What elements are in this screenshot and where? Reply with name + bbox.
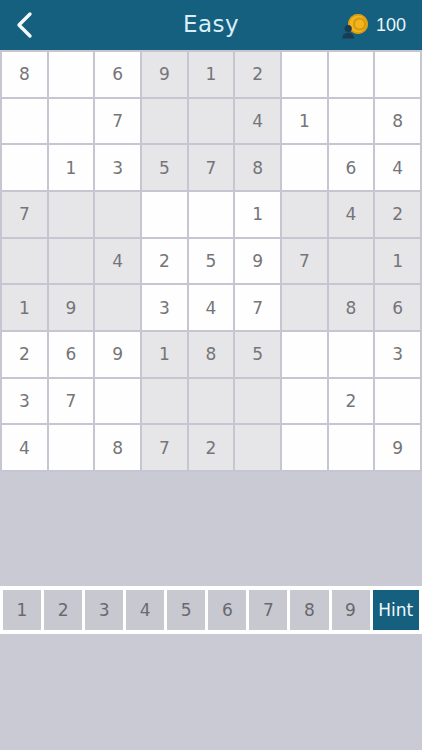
- sudoku-cell-r9c1[interactable]: 4: [2, 425, 47, 470]
- sudoku-cell-r8c6[interactable]: [235, 379, 280, 424]
- numpad-key-4[interactable]: 4: [126, 590, 164, 630]
- sudoku-cell-r7c6[interactable]: 5: [235, 332, 280, 377]
- sudoku-app-screen: Easy 100 8691274181357864714242597119347…: [0, 0, 422, 750]
- sudoku-cell-r9c5[interactable]: 2: [189, 425, 234, 470]
- sudoku-cell-r4c4[interactable]: [142, 192, 187, 237]
- sudoku-cell-r9c7[interactable]: [282, 425, 327, 470]
- sudoku-cell-r9c8[interactable]: [329, 425, 374, 470]
- sudoku-cell-r4c1[interactable]: 7: [2, 192, 47, 237]
- sudoku-cell-r4c2[interactable]: [49, 192, 94, 237]
- sudoku-cell-r2c1[interactable]: [2, 99, 47, 144]
- sudoku-cell-r7c3[interactable]: 9: [95, 332, 140, 377]
- sudoku-cell-r4c7[interactable]: [282, 192, 327, 237]
- sudoku-cell-r2c5[interactable]: [189, 99, 234, 144]
- sudoku-cell-r1c1[interactable]: 8: [2, 52, 47, 97]
- sudoku-cell-r2c4[interactable]: [142, 99, 187, 144]
- sudoku-cell-r3c8[interactable]: 6: [329, 145, 374, 190]
- numpad-key-9[interactable]: 9: [332, 590, 370, 630]
- sudoku-board: 8691274181357864714242597119347862691853…: [0, 50, 422, 472]
- sudoku-cell-r2c2[interactable]: [49, 99, 94, 144]
- sudoku-cell-r5c3[interactable]: 4: [95, 239, 140, 284]
- sudoku-cell-r3c7[interactable]: [282, 145, 327, 190]
- sudoku-cell-r6c6[interactable]: 7: [235, 285, 280, 330]
- sudoku-cell-r6c8[interactable]: 8: [329, 285, 374, 330]
- sudoku-cell-r3c2[interactable]: 1: [49, 145, 94, 190]
- sudoku-cell-r8c2[interactable]: 7: [49, 379, 94, 424]
- sudoku-cell-r6c1[interactable]: 1: [2, 285, 47, 330]
- sudoku-cell-r1c8[interactable]: [329, 52, 374, 97]
- sudoku-cell-r1c4[interactable]: 9: [142, 52, 187, 97]
- back-button[interactable]: [12, 5, 46, 45]
- sudoku-cell-r2c3[interactable]: 7: [95, 99, 140, 144]
- sudoku-cell-r1c9[interactable]: [375, 52, 420, 97]
- sudoku-cell-r9c9[interactable]: 9: [375, 425, 420, 470]
- sudoku-cell-r8c8[interactable]: 2: [329, 379, 374, 424]
- sudoku-cell-r5c6[interactable]: 9: [235, 239, 280, 284]
- sudoku-cell-r5c1[interactable]: [2, 239, 47, 284]
- sudoku-cell-r6c9[interactable]: 6: [375, 285, 420, 330]
- sudoku-cell-r8c3[interactable]: [95, 379, 140, 424]
- sudoku-cell-r3c6[interactable]: 8: [235, 145, 280, 190]
- sudoku-cell-r2c9[interactable]: 8: [375, 99, 420, 144]
- sudoku-cell-r4c8[interactable]: 4: [329, 192, 374, 237]
- sudoku-cell-r7c4[interactable]: 1: [142, 332, 187, 377]
- sudoku-cell-r2c7[interactable]: 1: [282, 99, 327, 144]
- sudoku-cell-r7c2[interactable]: 6: [49, 332, 94, 377]
- sudoku-cell-r9c2[interactable]: [49, 425, 94, 470]
- sudoku-cell-r8c1[interactable]: 3: [2, 379, 47, 424]
- sudoku-cell-r3c1[interactable]: [2, 145, 47, 190]
- sudoku-cell-r3c4[interactable]: 5: [142, 145, 187, 190]
- sudoku-cell-r5c2[interactable]: [49, 239, 94, 284]
- numpad-key-1[interactable]: 1: [3, 590, 41, 630]
- sudoku-cell-r7c5[interactable]: 8: [189, 332, 234, 377]
- sudoku-cell-r6c4[interactable]: 3: [142, 285, 187, 330]
- coin-count: 100: [376, 15, 406, 36]
- sudoku-cell-r5c8[interactable]: [329, 239, 374, 284]
- sudoku-cell-r9c6[interactable]: [235, 425, 280, 470]
- sudoku-cell-r1c3[interactable]: 6: [95, 52, 140, 97]
- sudoku-cell-r1c5[interactable]: 1: [189, 52, 234, 97]
- sudoku-cell-r1c2[interactable]: [49, 52, 94, 97]
- sudoku-cell-r4c6[interactable]: 1: [235, 192, 280, 237]
- numpad-key-3[interactable]: 3: [85, 590, 123, 630]
- sudoku-cell-r1c7[interactable]: [282, 52, 327, 97]
- sudoku-cell-r5c5[interactable]: 5: [189, 239, 234, 284]
- sudoku-cell-r6c2[interactable]: 9: [49, 285, 94, 330]
- sudoku-cell-r3c9[interactable]: 4: [375, 145, 420, 190]
- sudoku-cell-r2c6[interactable]: 4: [235, 99, 280, 144]
- sudoku-cell-r1c6[interactable]: 2: [235, 52, 280, 97]
- page-title: Easy: [183, 11, 239, 37]
- sudoku-cell-r5c9[interactable]: 1: [375, 239, 420, 284]
- sudoku-cell-r7c8[interactable]: [329, 332, 374, 377]
- sudoku-cell-r8c4[interactable]: [142, 379, 187, 424]
- coin-counter[interactable]: 100: [335, 0, 412, 50]
- sudoku-cell-r3c5[interactable]: 7: [189, 145, 234, 190]
- numpad-key-7[interactable]: 7: [249, 590, 287, 630]
- sudoku-cell-r8c5[interactable]: [189, 379, 234, 424]
- header-bar: Easy 100: [0, 0, 422, 50]
- sudoku-cell-r4c9[interactable]: 2: [375, 192, 420, 237]
- number-pad: 123456789Hint: [0, 586, 422, 634]
- sudoku-cell-r6c7[interactable]: [282, 285, 327, 330]
- numpad-key-2[interactable]: 2: [44, 590, 82, 630]
- sudoku-cell-r8c7[interactable]: [282, 379, 327, 424]
- sudoku-cell-r5c4[interactable]: 2: [142, 239, 187, 284]
- sudoku-cell-r9c3[interactable]: 8: [95, 425, 140, 470]
- sudoku-cell-r7c9[interactable]: 3: [375, 332, 420, 377]
- chevron-left-icon: [12, 10, 38, 40]
- numpad-key-8[interactable]: 8: [290, 590, 328, 630]
- sudoku-cell-r7c7[interactable]: [282, 332, 327, 377]
- sudoku-cell-r2c8[interactable]: [329, 99, 374, 144]
- sudoku-cell-r6c5[interactable]: 4: [189, 285, 234, 330]
- sudoku-cell-r8c9[interactable]: [375, 379, 420, 424]
- sudoku-cell-r4c5[interactable]: [189, 192, 234, 237]
- sudoku-cell-r4c3[interactable]: [95, 192, 140, 237]
- numpad-key-6[interactable]: 6: [208, 590, 246, 630]
- sudoku-cell-r9c4[interactable]: 7: [142, 425, 187, 470]
- numpad-key-5[interactable]: 5: [167, 590, 205, 630]
- sudoku-cell-r5c7[interactable]: 7: [282, 239, 327, 284]
- sudoku-cell-r6c3[interactable]: [95, 285, 140, 330]
- sudoku-cell-r3c3[interactable]: 3: [95, 145, 140, 190]
- hint-button[interactable]: Hint: [373, 590, 419, 630]
- coin-icon: [341, 12, 369, 39]
- sudoku-cell-r7c1[interactable]: 2: [2, 332, 47, 377]
